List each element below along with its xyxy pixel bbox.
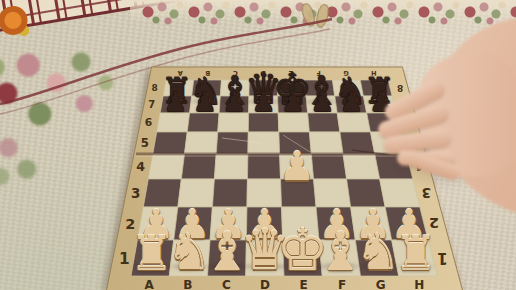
- player-hand: [0, 0, 516, 290]
- photo-scene: 8877665544332211AABBCCDDEEFFGGHH ♜♞♝♛♚♝♞…: [0, 0, 516, 290]
